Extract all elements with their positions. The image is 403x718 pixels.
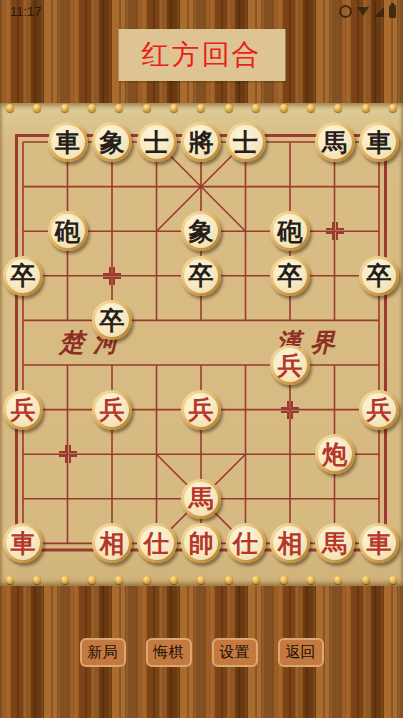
turn-banner: 红方回合 xyxy=(118,29,285,81)
piece-red-soldier[interactable]: 兵 xyxy=(359,390,399,430)
wifi-icon xyxy=(357,7,369,16)
gold-stud xyxy=(307,104,315,112)
new-game-button[interactable]: 新局 xyxy=(80,638,126,667)
piece-character: 兵 xyxy=(278,353,303,378)
gold-stud xyxy=(143,104,151,112)
piece-character: 象 xyxy=(189,219,214,244)
piece-black-advisor[interactable]: 士 xyxy=(137,122,177,162)
piece-character: 馬 xyxy=(322,130,347,155)
piece-character: 仕 xyxy=(144,531,169,556)
gold-stud xyxy=(170,104,178,112)
piece-black-soldier[interactable]: 卒 xyxy=(270,256,310,296)
gold-stud xyxy=(61,104,69,112)
gold-stud xyxy=(280,576,288,584)
gold-stud xyxy=(143,576,151,584)
piece-red-horse[interactable]: 馬 xyxy=(181,479,221,519)
piece-character: 砲 xyxy=(55,219,80,244)
gold-stud xyxy=(389,576,397,584)
piece-character: 卒 xyxy=(189,263,214,288)
piece-black-elephant[interactable]: 象 xyxy=(181,211,221,251)
gold-stud xyxy=(307,576,315,584)
piece-character: 兵 xyxy=(189,397,214,422)
gold-stud xyxy=(197,576,205,584)
piece-red-soldier[interactable]: 兵 xyxy=(92,390,132,430)
piece-character: 將 xyxy=(189,130,214,155)
piece-character: 車 xyxy=(367,531,392,556)
point-marker xyxy=(102,266,122,286)
piece-character: 車 xyxy=(367,130,392,155)
piece-red-cannon[interactable]: 炮 xyxy=(315,434,355,474)
stud-row-top xyxy=(0,104,403,112)
piece-red-soldier[interactable]: 兵 xyxy=(270,345,310,385)
piece-black-soldier[interactable]: 卒 xyxy=(3,256,43,296)
gold-stud xyxy=(280,104,288,112)
piece-black-chariot[interactable]: 車 xyxy=(48,122,88,162)
piece-red-soldier[interactable]: 兵 xyxy=(3,390,43,430)
gold-stud xyxy=(170,576,178,584)
clock-time: 11:17 xyxy=(10,4,42,19)
gold-stud xyxy=(389,104,397,112)
gold-stud xyxy=(334,576,342,584)
gold-stud xyxy=(252,576,260,584)
piece-character: 兵 xyxy=(367,397,392,422)
point-marker xyxy=(58,444,78,464)
piece-character: 卒 xyxy=(278,263,303,288)
gold-stud xyxy=(334,104,342,112)
piece-red-advisor[interactable]: 仕 xyxy=(137,523,177,563)
piece-black-advisor[interactable]: 士 xyxy=(226,122,266,162)
back-button[interactable]: 返回 xyxy=(278,638,324,667)
turn-banner-text: 红方回合 xyxy=(142,36,262,74)
piece-red-advisor[interactable]: 仕 xyxy=(226,523,266,563)
gold-stud xyxy=(61,576,69,584)
gold-stud xyxy=(362,576,370,584)
status-icons xyxy=(339,5,396,18)
battery-icon xyxy=(389,5,396,18)
piece-black-chariot[interactable]: 車 xyxy=(359,122,399,162)
gold-stud xyxy=(88,576,96,584)
piece-character: 車 xyxy=(11,531,36,556)
piece-character: 兵 xyxy=(11,397,36,422)
piece-character: 仕 xyxy=(233,531,258,556)
undo-move-button[interactable]: 悔棋 xyxy=(146,638,192,667)
piece-character: 馬 xyxy=(322,531,347,556)
point-marker xyxy=(325,221,345,241)
piece-black-elephant[interactable]: 象 xyxy=(92,122,132,162)
piece-character: 炮 xyxy=(322,442,347,467)
settings-button[interactable]: 设置 xyxy=(212,638,258,667)
gold-stud xyxy=(115,576,123,584)
piece-black-cannon[interactable]: 砲 xyxy=(270,211,310,251)
piece-character: 卒 xyxy=(100,308,125,333)
gold-stud xyxy=(33,104,41,112)
piece-black-horse[interactable]: 馬 xyxy=(315,122,355,162)
gold-stud xyxy=(225,104,233,112)
status-bar: 11:17 xyxy=(0,0,403,24)
gold-stud xyxy=(225,576,233,584)
piece-red-horse[interactable]: 馬 xyxy=(315,523,355,563)
piece-character: 士 xyxy=(233,130,258,155)
piece-character: 馬 xyxy=(189,486,214,511)
piece-character: 車 xyxy=(55,130,80,155)
gold-stud xyxy=(197,104,205,112)
ring-mode-icon xyxy=(339,5,352,18)
piece-black-cannon[interactable]: 砲 xyxy=(48,211,88,251)
gold-stud xyxy=(6,576,14,584)
piece-character: 砲 xyxy=(278,219,303,244)
piece-character: 卒 xyxy=(367,263,392,288)
piece-black-soldier[interactable]: 卒 xyxy=(359,256,399,296)
gold-stud xyxy=(362,104,370,112)
gold-stud xyxy=(252,104,260,112)
piece-character: 兵 xyxy=(100,397,125,422)
bottom-toolbar: 新局 悔棋 设置 返回 xyxy=(0,638,403,667)
gold-stud xyxy=(88,104,96,112)
piece-character: 卒 xyxy=(11,263,36,288)
signal-icon xyxy=(374,7,384,17)
piece-black-general[interactable]: 將 xyxy=(181,122,221,162)
piece-character: 象 xyxy=(100,130,125,155)
piece-black-soldier[interactable]: 卒 xyxy=(181,256,221,296)
gold-stud xyxy=(33,576,41,584)
piece-red-soldier[interactable]: 兵 xyxy=(181,390,221,430)
gold-stud xyxy=(115,104,123,112)
piece-character: 相 xyxy=(100,531,125,556)
stud-row-bottom xyxy=(0,576,403,584)
piece-character: 士 xyxy=(144,130,169,155)
piece-character: 相 xyxy=(278,531,303,556)
xiangqi-board[interactable]: 楚河 漢界 車象士將士馬車砲象砲卒卒卒卒卒兵兵兵兵兵炮馬車相仕帥仕相馬車 xyxy=(0,103,403,586)
piece-character: 帥 xyxy=(189,531,214,556)
point-marker xyxy=(280,400,300,420)
gold-stud xyxy=(6,104,14,112)
